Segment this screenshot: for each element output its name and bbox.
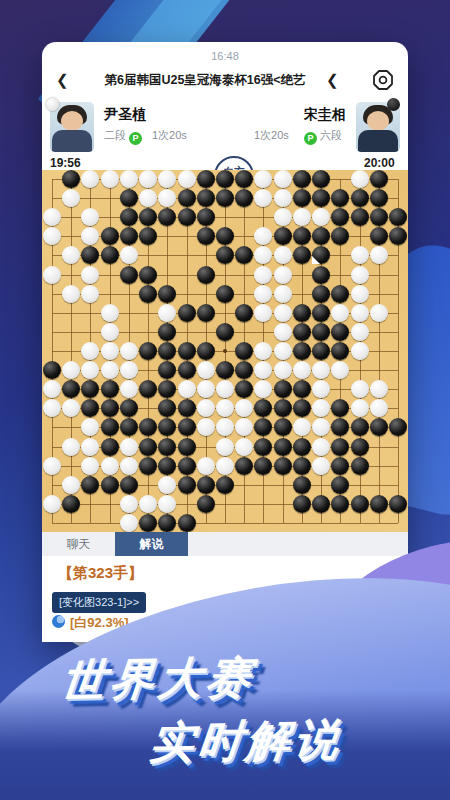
black-stone [120, 208, 138, 226]
black-stone [158, 323, 176, 341]
white-stone [139, 189, 157, 207]
black-stone [101, 476, 119, 494]
white-stone [293, 361, 311, 379]
black-stone [331, 189, 349, 207]
black-stone [312, 304, 330, 322]
black-stone [158, 514, 176, 532]
white-stone [158, 189, 176, 207]
black-stone [389, 495, 407, 513]
black-stone [81, 246, 99, 264]
black-stone [331, 208, 349, 226]
black-stone [293, 170, 311, 188]
white-stone [120, 380, 138, 398]
white-stone [274, 323, 292, 341]
black-stone [389, 227, 407, 245]
black-stone [331, 285, 349, 303]
black-stone [331, 457, 349, 475]
black-stone [274, 227, 292, 245]
white-stone [62, 399, 80, 417]
black-stone [235, 304, 253, 322]
black-stone [312, 342, 330, 360]
black-stone [293, 380, 311, 398]
white-stone [274, 285, 292, 303]
black-stone [101, 438, 119, 456]
black-stone [81, 399, 99, 417]
black-stone [81, 380, 99, 398]
white-stone [43, 380, 61, 398]
black-stone [235, 170, 253, 188]
black-stone [293, 438, 311, 456]
tab-bar: 聊天 解说 [42, 532, 408, 556]
black-stone [197, 266, 215, 284]
black-stone [370, 208, 388, 226]
white-stone [274, 304, 292, 322]
white-stone [139, 495, 157, 513]
black-stone [331, 418, 349, 436]
white-stone [312, 380, 330, 398]
black-stone [331, 342, 349, 360]
black-stone [178, 438, 196, 456]
white-stone [120, 457, 138, 475]
avatar-shirt [358, 130, 398, 152]
black-stone [235, 189, 253, 207]
right-player-rank: P 六段 [304, 128, 342, 145]
right-rank-label: 六段 [320, 129, 342, 141]
black-stone [216, 189, 234, 207]
white-stone [81, 227, 99, 245]
white-stone [81, 438, 99, 456]
white-stone [101, 170, 119, 188]
white-stone [351, 399, 369, 417]
black-stone [274, 457, 292, 475]
black-stone [351, 208, 369, 226]
black-stone [178, 418, 196, 436]
right-p-badge: P [304, 132, 317, 145]
black-stone [293, 457, 311, 475]
white-stone [312, 438, 330, 456]
match-title: 第6届韩国U25皇冠海泰杯16强<绝艺 [82, 72, 328, 89]
white-stone [197, 399, 215, 417]
white-stone [235, 418, 253, 436]
variation-badge[interactable]: [变化图323-1]>> [52, 592, 146, 613]
black-stone [158, 438, 176, 456]
white-stone [254, 285, 272, 303]
black-stone [235, 361, 253, 379]
white-stone [62, 361, 80, 379]
black-stone [235, 246, 253, 264]
last-move-marker-icon [312, 256, 320, 264]
tab-commentary[interactable]: 解说 [115, 532, 188, 556]
white-stone [312, 208, 330, 226]
black-stone [139, 208, 157, 226]
white-stone [197, 418, 215, 436]
black-stone [101, 246, 119, 264]
white-stone [293, 418, 311, 436]
white-stone [62, 285, 80, 303]
white-stone [120, 438, 138, 456]
white-stone [351, 304, 369, 322]
black-stone [293, 246, 311, 264]
black-stone [120, 266, 138, 284]
white-stone [158, 476, 176, 494]
black-stone [158, 418, 176, 436]
black-stone [293, 399, 311, 417]
white-stone [351, 266, 369, 284]
black-stone [139, 457, 157, 475]
white-stone [351, 342, 369, 360]
black-stone [351, 418, 369, 436]
black-stone [178, 342, 196, 360]
white-stone [178, 170, 196, 188]
white-stone [274, 208, 292, 226]
status-bar-time: 16:48 [42, 50, 408, 62]
black-stone [178, 399, 196, 417]
black-stone [62, 495, 80, 513]
black-stone [158, 380, 176, 398]
black-stone [254, 399, 272, 417]
star-point [223, 349, 227, 353]
right-player-name: 宋圭相 [300, 106, 346, 124]
right-byoyomi: 1次20s [254, 128, 289, 143]
white-stone [254, 361, 272, 379]
black-stone [216, 227, 234, 245]
black-stone-indicator-icon [387, 98, 400, 111]
black-stone [274, 438, 292, 456]
black-stone [216, 476, 234, 494]
white-stone [81, 285, 99, 303]
black-stone [101, 380, 119, 398]
white-stone [254, 342, 272, 360]
black-stone [81, 476, 99, 494]
black-stone [101, 399, 119, 417]
white-stone [216, 438, 234, 456]
white-stone [62, 476, 80, 494]
black-stone [178, 208, 196, 226]
black-stone [370, 189, 388, 207]
black-stone [197, 227, 215, 245]
white-stone [101, 361, 119, 379]
white-stone [120, 342, 138, 360]
white-stone [81, 457, 99, 475]
black-stone [274, 380, 292, 398]
players-panel: 19:56 尹圣植 二段 P 1次20s 白方 行棋 宋圭相 1次20s P 六… [42, 98, 408, 170]
white-stone [254, 380, 272, 398]
black-stone [254, 438, 272, 456]
black-stone [139, 380, 157, 398]
black-stone [158, 399, 176, 417]
white-stone [43, 266, 61, 284]
black-stone [389, 418, 407, 436]
black-stone [197, 495, 215, 513]
black-stone [331, 438, 349, 456]
black-stone [101, 418, 119, 436]
white-stone [120, 495, 138, 513]
white-stone [351, 246, 369, 264]
black-stone [370, 170, 388, 188]
white-stone [370, 246, 388, 264]
black-stone [312, 246, 330, 264]
black-stone [197, 170, 215, 188]
white-stone [274, 246, 292, 264]
black-stone [331, 227, 349, 245]
black-stone [216, 323, 234, 341]
white-stone [254, 266, 272, 284]
left-player-clock: 19:56 [50, 156, 81, 170]
black-stone [370, 495, 388, 513]
white-stone [274, 189, 292, 207]
black-stone [331, 476, 349, 494]
black-stone [235, 342, 253, 360]
white-stone [81, 361, 99, 379]
black-stone [216, 285, 234, 303]
black-stone [331, 399, 349, 417]
white-stone [43, 208, 61, 226]
black-stone [139, 418, 157, 436]
black-stone [312, 266, 330, 284]
white-stone [312, 418, 330, 436]
black-stone [312, 285, 330, 303]
black-stone [293, 495, 311, 513]
black-stone [312, 170, 330, 188]
white-stone [235, 399, 253, 417]
black-stone [235, 380, 253, 398]
left-rank-label: 二段 [104, 129, 126, 141]
black-stone [351, 495, 369, 513]
black-stone [235, 457, 253, 475]
white-stone [43, 399, 61, 417]
white-stone [101, 323, 119, 341]
black-stone [101, 227, 119, 245]
right-player-clock: 20:00 [364, 156, 395, 170]
move-number-label: 【第323手】 [58, 564, 143, 583]
black-stone [370, 418, 388, 436]
black-stone [178, 457, 196, 475]
white-stone [351, 285, 369, 303]
white-stone [274, 342, 292, 360]
black-stone [178, 514, 196, 532]
white-stone [139, 170, 157, 188]
black-stone [178, 189, 196, 207]
white-stone [370, 304, 388, 322]
white-stone [62, 438, 80, 456]
white-stone [370, 399, 388, 417]
left-player-rank: 二段 P [104, 128, 142, 145]
black-stone [293, 304, 311, 322]
white-stone [312, 399, 330, 417]
white-stone [254, 246, 272, 264]
go-board[interactable] [42, 170, 408, 532]
white-stone [235, 438, 253, 456]
white-stone [62, 246, 80, 264]
black-stone [197, 304, 215, 322]
left-byoyomi: 1次20s [152, 128, 187, 143]
white-stone [216, 457, 234, 475]
black-stone [158, 342, 176, 360]
black-stone [197, 476, 215, 494]
black-stone [293, 476, 311, 494]
black-stone [312, 323, 330, 341]
white-stone [254, 227, 272, 245]
black-stone [331, 495, 349, 513]
white-stone [216, 418, 234, 436]
ai-engine-icon [52, 615, 65, 628]
black-stone [139, 227, 157, 245]
black-stone [139, 285, 157, 303]
white-stone [293, 208, 311, 226]
black-stone [293, 323, 311, 341]
black-stone [197, 189, 215, 207]
avatar-shirt [52, 130, 92, 152]
white-stone [62, 189, 80, 207]
white-stone [254, 170, 272, 188]
black-stone [158, 361, 176, 379]
banner-line2: 实时解说 [147, 710, 346, 772]
white-stone [81, 208, 99, 226]
white-stone [370, 380, 388, 398]
black-stone [331, 323, 349, 341]
white-stone [158, 170, 176, 188]
white-stone [312, 361, 330, 379]
white-stone [158, 304, 176, 322]
white-stone [274, 170, 292, 188]
black-stone [197, 208, 215, 226]
black-stone [158, 285, 176, 303]
white-stone [216, 399, 234, 417]
white-stone [216, 380, 234, 398]
left-player-name: 尹圣植 [104, 106, 146, 124]
black-stone [120, 227, 138, 245]
black-stone [43, 361, 61, 379]
black-stone [139, 438, 157, 456]
black-stone [120, 399, 138, 417]
gear-icon[interactable] [372, 69, 394, 91]
white-stone [120, 361, 138, 379]
white-stone [43, 457, 61, 475]
grid-line-horizontal [52, 523, 398, 524]
white-stone [351, 323, 369, 341]
banner-line1: 世界大赛 [59, 648, 258, 710]
white-stone [274, 266, 292, 284]
left-p-badge: P [129, 132, 142, 145]
white-stone [312, 457, 330, 475]
black-stone [120, 189, 138, 207]
black-stone [178, 361, 196, 379]
black-stone [139, 266, 157, 284]
white-stone [331, 361, 349, 379]
white-stone [43, 227, 61, 245]
black-stone [254, 418, 272, 436]
white-stone [254, 304, 272, 322]
white-stone [158, 495, 176, 513]
black-stone [293, 189, 311, 207]
back-chevron-icon[interactable]: ❮ [56, 71, 69, 89]
avatar-face [61, 111, 83, 131]
black-stone [158, 208, 176, 226]
black-stone [178, 476, 196, 494]
white-stone [178, 380, 196, 398]
white-stone [81, 342, 99, 360]
black-stone [293, 227, 311, 245]
white-stone [120, 170, 138, 188]
black-stone [274, 399, 292, 417]
black-stone [120, 476, 138, 494]
white-stone [120, 246, 138, 264]
black-stone [62, 170, 80, 188]
black-stone [158, 457, 176, 475]
black-stone [216, 361, 234, 379]
black-stone [312, 227, 330, 245]
app-card: 16:48 ❮ 第6届韩国U25皇冠海泰杯16强<绝艺 ❮ 19:56 尹圣植 … [42, 42, 408, 642]
white-stone [43, 495, 61, 513]
black-stone [139, 342, 157, 360]
white-stone [331, 304, 349, 322]
black-stone [293, 342, 311, 360]
black-stone [120, 418, 138, 436]
white-stone [351, 170, 369, 188]
black-stone [216, 246, 234, 264]
avatar-face [367, 111, 389, 131]
header: ❮ 第6届韩国U25皇冠海泰杯16强<绝艺 ❮ [42, 68, 408, 94]
white-stone [81, 266, 99, 284]
tab-chat[interactable]: 聊天 [42, 532, 115, 556]
white-stone [101, 342, 119, 360]
white-stone [197, 457, 215, 475]
white-stone [274, 361, 292, 379]
white-stone [197, 361, 215, 379]
black-stone [370, 227, 388, 245]
white-stone [81, 418, 99, 436]
black-stone [197, 342, 215, 360]
white-stone [351, 380, 369, 398]
black-stone [351, 457, 369, 475]
black-stone [274, 418, 292, 436]
black-stone [312, 189, 330, 207]
white-stone [254, 189, 272, 207]
black-stone [312, 495, 330, 513]
black-stone [216, 170, 234, 188]
black-stone [351, 189, 369, 207]
black-stone [351, 438, 369, 456]
black-stone [389, 208, 407, 226]
black-stone [254, 457, 272, 475]
white-stone [197, 380, 215, 398]
white-stone [81, 170, 99, 188]
white-stone [120, 514, 138, 532]
white-stone-indicator-icon [46, 98, 59, 111]
black-stone [139, 514, 157, 532]
black-stone [178, 304, 196, 322]
collapse-chevron-icon[interactable]: ❮ [326, 71, 339, 89]
white-stone [101, 457, 119, 475]
white-stone [101, 304, 119, 322]
black-stone [62, 380, 80, 398]
